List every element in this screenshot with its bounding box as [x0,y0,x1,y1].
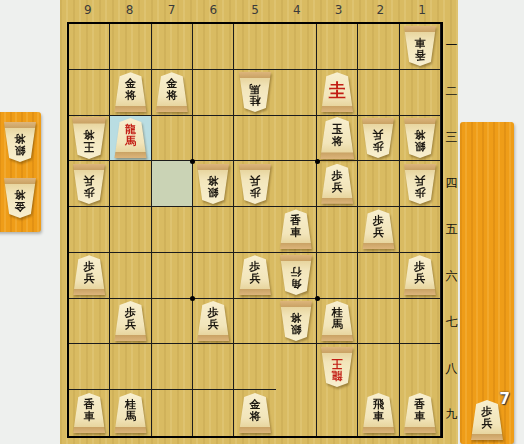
piece-shadow: 香車 [403,393,437,433]
piece-character: 兵 [332,182,343,194]
file-label-8: 8 [109,1,151,20]
piece-character: 銀 [208,186,219,198]
piece-sente-rook[interactable]: 飛車 [361,393,395,433]
piece-sente-lance[interactable]: 香車 [72,393,106,433]
shogi-board-frame: 987654321 香車金将金将桂馬圭王将龍馬玉将歩兵銀将歩兵銀将歩兵歩兵歩兵香… [60,0,458,444]
piece-shadow: 歩兵 [361,209,395,249]
piece-sente-lance[interactable]: 香車 [279,209,313,249]
square-14[interactable]: 歩兵 [400,161,441,207]
square-48[interactable] [276,344,317,390]
square-81[interactable] [110,24,151,70]
file-label-6: 6 [192,1,234,20]
square-67[interactable]: 歩兵 [193,299,234,345]
piece-character: 歩 [332,170,343,182]
rank-label-1: 一 [445,22,458,68]
piece-character: 兵 [249,174,260,186]
piece-character: 歩 [84,186,95,198]
square-76[interactable] [152,253,193,299]
square-77[interactable] [152,299,193,345]
square-82[interactable]: 金将 [110,70,151,116]
square-45[interactable]: 香車 [276,207,317,253]
square-63[interactable] [193,116,234,162]
file-label-4: 4 [276,1,318,20]
square-17[interactable] [400,299,441,345]
piece-gote-dragon[interactable]: 龍王 [320,347,354,387]
square-34[interactable]: 歩兵 [317,161,358,207]
piece-shadow: 歩兵 [361,118,395,158]
square-71[interactable] [152,24,193,70]
piece-sente-pawn[interactable]: 歩兵 [238,255,272,295]
file-label-3: 3 [318,1,360,20]
piece-character: 兵 [482,418,493,430]
square-69[interactable] [193,390,234,436]
piece-character: 馬 [125,411,136,423]
piece-character: 将 [84,128,95,140]
piece-shadow: 歩兵 [72,164,106,204]
piece-gote-knight[interactable]: 桂馬 [238,72,272,112]
file-label-2: 2 [359,1,401,20]
piece-character: 兵 [373,227,384,239]
square-22[interactable] [358,70,399,116]
piece-shadow: 桂馬 [113,393,147,433]
square-54[interactable]: 歩兵 [234,161,275,207]
piece-character: 歩 [373,140,384,152]
square-64[interactable]: 銀将 [193,161,234,207]
piece-character: 圭 [329,81,346,99]
square-72[interactable]: 金将 [152,70,193,116]
rank-label-6: 六 [445,253,458,299]
piece-shadow: 歩兵 [320,164,354,204]
square-43[interactable] [276,116,317,162]
piece-character: 行 [290,265,301,277]
square-26[interactable] [358,253,399,299]
piece-gote-pawn[interactable]: 歩兵 [403,164,437,204]
piece-shadow: 金将 [3,178,37,218]
square-11[interactable]: 香車 [400,24,441,70]
piece-shadow: 歩兵 [403,164,437,204]
piece-character: 兵 [125,319,136,331]
square-59[interactable]: 金将 [234,390,275,436]
square-49[interactable] [276,390,317,436]
piece-shadow: 龍王 [320,347,354,387]
piece-character: 車 [414,36,425,48]
square-47[interactable]: 銀将 [276,299,317,345]
piece-shadow: 銀将 [403,118,437,158]
square-27[interactable] [358,299,399,345]
piece-character: 将 [249,411,260,423]
piece-shadow: 桂馬 [320,301,354,341]
piece-gote-bishop[interactable]: 角行 [279,255,313,295]
piece-gote-silver[interactable]: 銀将 [196,164,230,204]
piece-character: 車 [290,227,301,239]
piece-gote-silver[interactable]: 銀将 [279,301,313,341]
square-89[interactable]: 桂馬 [110,390,151,436]
piece-sente-pawn[interactable]: 歩兵 [361,209,395,249]
piece-sente-pawn[interactable]: 歩兵 [403,255,437,295]
square-85[interactable] [110,207,151,253]
gote-hand-stand: 銀将金将 [0,112,41,232]
piece-sente-pawn[interactable]: 歩兵 [113,301,147,341]
file-labels: 987654321 [67,1,443,20]
square-44[interactable] [276,161,317,207]
square-79[interactable] [152,390,193,436]
piece-sente-pawn[interactable]: 歩兵 [320,164,354,204]
piece-shadow: 香車 [403,26,437,66]
file-label-7: 7 [151,1,193,20]
piece-sente-knight[interactable]: 桂馬 [113,393,147,433]
square-83[interactable]: 龍馬 [110,116,151,162]
piece-shadow: 角行 [279,255,313,295]
square-31[interactable] [317,24,358,70]
square-25[interactable]: 歩兵 [358,207,399,253]
piece-shadow: 香車 [72,393,106,433]
piece-sente-king[interactable]: 玉将 [319,117,355,159]
piece-character: 将 [414,128,425,140]
square-75[interactable] [152,207,193,253]
piece-shadow: 金将 [113,72,147,112]
piece-shadow: 圭 [320,72,354,112]
rank-label-9: 九 [445,392,458,438]
square-13[interactable]: 銀将 [400,116,441,162]
square-62[interactable] [193,70,234,116]
square-37[interactable]: 桂馬 [317,299,358,345]
square-16[interactable]: 歩兵 [400,253,441,299]
file-label-5: 5 [234,1,276,20]
piece-sente-lance[interactable]: 香車 [403,393,437,433]
square-74[interactable] [152,161,193,207]
file-label-9: 9 [67,1,109,20]
piece-shadow: 金将 [238,393,272,433]
rank-label-8: 八 [445,346,458,392]
piece-character: 歩 [249,186,260,198]
rank-label-5: 五 [445,207,458,253]
sente-hand-stand: 歩兵 7 [460,122,514,444]
piece-character: 車 [373,411,384,423]
piece-gote-pawn[interactable]: 歩兵 [72,164,106,204]
square-32[interactable]: 圭 [317,70,358,116]
piece-gote-pawn[interactable]: 歩兵 [238,164,272,204]
square-97[interactable] [69,299,110,345]
piece-sente-pawn[interactable]: 歩兵 [196,301,230,341]
square-94[interactable]: 歩兵 [69,161,110,207]
square-12[interactable] [400,70,441,116]
piece-gote-king[interactable]: 王将 [71,117,107,159]
rank-label-2: 二 [445,68,458,114]
piece-shadow: 桂馬 [238,72,272,112]
piece-character: 車 [84,411,95,423]
piece-shadow: 銀将 [279,301,313,341]
square-73[interactable] [152,116,193,162]
piece-character: 歩 [414,186,425,198]
piece-shadow: 玉将 [319,117,355,159]
square-66[interactable] [193,253,234,299]
piece-shadow: 飛車 [361,393,395,433]
piece-character: 兵 [414,174,425,186]
piece-character: 車 [414,411,425,423]
square-28[interactable] [358,344,399,390]
square-33[interactable]: 玉将 [317,116,358,162]
square-86[interactable] [110,253,151,299]
rank-labels: 一二三四五六七八九 [445,22,458,438]
square-46[interactable]: 角行 [276,253,317,299]
piece-character: 王 [332,357,343,369]
piece-character: 兵 [208,319,219,331]
square-93[interactable]: 王将 [69,116,110,162]
piece-sente-pawn[interactable]: 歩兵 [72,255,106,295]
piece-shadow: 歩兵 [196,301,230,341]
piece-character: 将 [290,311,301,323]
piece-shadow: 歩兵 [238,255,272,295]
piece-sente-gold[interactable]: 金将 [238,393,272,433]
rank-label-4: 四 [445,161,458,207]
square-88[interactable] [110,344,151,390]
square-91[interactable] [69,24,110,70]
piece-shadow: 歩兵 [238,164,272,204]
shogi-app: 銀将金将 987654321 香車金将金将桂馬圭王将龍馬玉将歩兵銀将歩兵銀将歩兵… [0,0,524,444]
square-87[interactable]: 歩兵 [110,299,151,345]
square-23[interactable]: 歩兵 [358,116,399,162]
rank-label-3: 三 [445,114,458,160]
square-84[interactable] [110,161,151,207]
piece-sente-knight[interactable]: 桂馬 [320,301,354,341]
shogi-board: 香車金将金将桂馬圭王将龍馬玉将歩兵銀将歩兵銀将歩兵歩兵歩兵香車歩兵歩兵歩兵角行歩… [67,22,443,438]
sente-pawn-count: 7 [500,390,510,408]
piece-character: 兵 [84,273,95,285]
piece-character: 将 [208,174,219,186]
piece-gote-silver[interactable]: 銀将 [403,118,437,158]
piece-character: 銀 [290,323,301,335]
square-92[interactable] [69,70,110,116]
piece-character: 将 [166,90,177,102]
square-29[interactable]: 飛車 [358,390,399,436]
square-38[interactable]: 龍王 [317,344,358,390]
piece-character: 将 [15,132,26,144]
piece-character: 桂 [249,94,260,106]
square-56[interactable]: 歩兵 [234,253,275,299]
square-53[interactable] [234,116,275,162]
square-99[interactable]: 香車 [69,390,110,436]
square-52[interactable]: 桂馬 [234,70,275,116]
piece-sente-gold[interactable]: 金将 [113,72,147,112]
square-95[interactable] [69,207,110,253]
square-15[interactable] [400,207,441,253]
piece-shadow: 銀将 [196,164,230,204]
rank-label-7: 七 [445,299,458,345]
piece-character: 王 [84,140,95,152]
piece-gote-lance[interactable]: 香車 [403,26,437,66]
square-78[interactable] [152,344,193,390]
square-19[interactable]: 香車 [400,390,441,436]
square-58[interactable] [234,344,275,390]
piece-sente-horse[interactable]: 龍馬 [113,118,147,158]
square-96[interactable]: 歩兵 [69,253,110,299]
square-68[interactable] [193,344,234,390]
piece-character: 馬 [249,82,260,94]
piece-character: 兵 [249,273,260,285]
piece-character: 角 [290,277,301,289]
piece-gote-silver[interactable]: 銀将 [3,122,37,162]
square-55[interactable] [234,207,275,253]
piece-shadow: 龍馬 [113,118,147,158]
piece-character: 香 [414,48,425,60]
piece-character: 将 [125,90,136,102]
piece-sente-gold[interactable]: 金将 [155,72,189,112]
square-24[interactable] [358,161,399,207]
piece-gote-pawn[interactable]: 歩兵 [361,118,395,158]
piece-character: 兵 [84,174,95,186]
square-51[interactable] [234,24,275,70]
piece-shadow: 歩兵 [113,301,147,341]
square-42[interactable] [276,70,317,116]
square-39[interactable] [317,390,358,436]
file-label-1: 1 [401,1,443,20]
piece-character: 兵 [414,273,425,285]
square-35[interactable] [317,207,358,253]
piece-character: 金 [15,200,26,212]
piece-shadow: 歩兵 [72,255,106,295]
piece-shadow: 金将 [155,72,189,112]
piece-character: 馬 [332,319,343,331]
square-65[interactable] [193,207,234,253]
square-36[interactable] [317,253,358,299]
piece-character: 龍 [332,369,343,381]
piece-character: 将 [332,136,343,148]
piece-character: 銀 [414,140,425,152]
square-21[interactable] [358,24,399,70]
piece-gote-gold[interactable]: 金将 [3,178,37,218]
piece-character: 馬 [125,136,136,148]
piece-shadow: 銀将 [3,122,37,162]
piece-shadow: 歩兵 [403,255,437,295]
square-57[interactable] [234,299,275,345]
piece-character: 兵 [373,128,384,140]
square-98[interactable] [69,344,110,390]
piece-character: 将 [15,188,26,200]
square-18[interactable] [400,344,441,390]
piece-character: 銀 [15,144,26,156]
piece-sente-promoted-knight[interactable]: 圭 [320,72,354,112]
square-41[interactable] [276,24,317,70]
square-61[interactable] [193,24,234,70]
piece-shadow: 香車 [279,209,313,249]
piece-shadow: 王将 [71,117,107,159]
